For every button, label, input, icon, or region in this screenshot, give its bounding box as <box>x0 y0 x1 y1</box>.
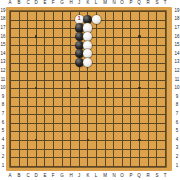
coord-right-19: 19 <box>173 9 180 13</box>
coord-right-17: 17 <box>173 26 180 30</box>
coord-left-9: 9 <box>0 95 7 99</box>
coord-left-19: 19 <box>0 9 7 13</box>
coord-left-16: 16 <box>0 34 7 38</box>
coord-top-H: H <box>67 0 75 4</box>
coord-left-1: 1 <box>0 163 7 167</box>
coord-bottom-A: A <box>6 173 14 177</box>
coord-left-6: 6 <box>0 120 7 124</box>
coord-right-15: 15 <box>173 43 180 47</box>
coord-bottom-Q: Q <box>135 173 143 177</box>
coord-bottom-F: F <box>49 173 57 177</box>
coord-top-O: O <box>118 0 126 4</box>
coord-top-A: A <box>6 0 14 4</box>
coord-right-18: 18 <box>173 17 180 21</box>
coord-bottom-S: S <box>153 173 161 177</box>
coord-left-8: 8 <box>0 103 7 107</box>
coord-top-B: B <box>15 0 23 4</box>
coord-top-S: S <box>153 0 161 4</box>
coord-left-3: 3 <box>0 146 7 150</box>
coord-right-9: 9 <box>173 95 180 99</box>
stone-grid: 1 <box>6 7 169 170</box>
coord-top-L: L <box>92 0 100 4</box>
coord-bottom-B: B <box>15 173 23 177</box>
coord-top-F: F <box>49 0 57 4</box>
coord-right-10: 10 <box>173 86 180 90</box>
coord-right-5: 5 <box>173 129 180 133</box>
coord-top-P: P <box>127 0 135 4</box>
coord-top-E: E <box>41 0 49 4</box>
coord-right-11: 11 <box>173 77 180 81</box>
coord-bottom-J: J <box>75 173 83 177</box>
coord-top-D: D <box>32 0 40 4</box>
coord-right-12: 12 <box>173 69 180 73</box>
coord-left-4: 4 <box>0 138 7 142</box>
coord-left-7: 7 <box>0 112 7 116</box>
coord-right-16: 16 <box>173 34 180 38</box>
move-number-label: 1 <box>78 17 81 22</box>
coord-right-7: 7 <box>173 112 180 116</box>
coord-left-18: 18 <box>0 17 7 21</box>
coord-right-2: 2 <box>173 155 180 159</box>
coord-right-3: 3 <box>173 146 180 150</box>
coord-bottom-H: H <box>67 173 75 177</box>
coord-bottom-E: E <box>41 173 49 177</box>
coord-left-5: 5 <box>0 129 7 133</box>
coord-right-13: 13 <box>173 60 180 64</box>
coord-left-10: 10 <box>0 86 7 90</box>
coord-top-T: T <box>161 0 169 4</box>
coord-left-13: 13 <box>0 60 7 64</box>
coord-right-4: 4 <box>173 138 180 142</box>
coord-top-J: J <box>75 0 83 4</box>
go-board[interactable]: 1 <box>6 7 172 172</box>
coord-left-2: 2 <box>0 155 7 159</box>
coord-top-C: C <box>24 0 32 4</box>
coord-left-15: 15 <box>0 43 7 47</box>
coord-left-12: 12 <box>0 69 7 73</box>
go-board-diagram: 1 AABBCCDDEEFFGGHHJJKKLLMMNNOOPPQQRRSSTT… <box>0 0 180 180</box>
coord-bottom-L: L <box>92 173 100 177</box>
coord-right-6: 6 <box>173 120 180 124</box>
stone-white-K13 <box>83 58 92 67</box>
coord-bottom-O: O <box>118 173 126 177</box>
coord-right-8: 8 <box>173 103 180 107</box>
coord-top-R: R <box>144 0 152 4</box>
coord-bottom-C: C <box>24 173 32 177</box>
coord-bottom-D: D <box>32 173 40 177</box>
coord-left-17: 17 <box>0 26 7 30</box>
coord-bottom-N: N <box>110 173 118 177</box>
coord-bottom-M: M <box>101 173 109 177</box>
coord-top-M: M <box>101 0 109 4</box>
coord-top-Q: Q <box>135 0 143 4</box>
stone-white-L18 <box>92 15 101 24</box>
coord-bottom-G: G <box>58 173 66 177</box>
coord-left-11: 11 <box>0 77 7 81</box>
coord-bottom-K: K <box>84 173 92 177</box>
coord-right-1: 1 <box>173 163 180 167</box>
coord-right-14: 14 <box>173 52 180 56</box>
coord-top-N: N <box>110 0 118 4</box>
stone-white-K14 <box>83 49 92 58</box>
coord-bottom-R: R <box>144 173 152 177</box>
coord-left-14: 14 <box>0 52 7 56</box>
stone-white-K16 <box>83 32 92 41</box>
coord-top-K: K <box>84 0 92 4</box>
coord-bottom-P: P <box>127 173 135 177</box>
coord-bottom-T: T <box>161 173 169 177</box>
coord-top-G: G <box>58 0 66 4</box>
